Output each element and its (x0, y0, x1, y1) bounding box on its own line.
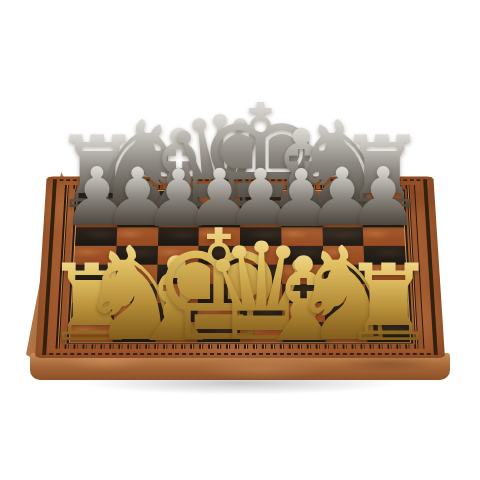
square-d4 (198, 265, 240, 284)
square-c7 (158, 209, 199, 227)
checkerboard (70, 191, 410, 342)
square-b2 (113, 303, 156, 323)
square-b5 (116, 246, 158, 265)
square-h7 (362, 209, 404, 227)
square-c3 (156, 284, 198, 303)
chess-set-photo: ♜♞♝♛♚♝♞♜♟♟♟♟♟♟♟♟♜♞♝♚♛♝♞♜ (0, 0, 480, 480)
square-e3 (240, 284, 282, 303)
square-h3 (365, 284, 408, 303)
square-d5 (199, 246, 240, 265)
square-g6 (322, 227, 364, 246)
square-h6 (363, 227, 405, 246)
square-b7 (117, 209, 158, 227)
square-f1 (282, 322, 325, 342)
square-g3 (324, 284, 367, 303)
chess-board (35, 176, 445, 358)
square-c1 (155, 322, 198, 342)
square-b6 (116, 227, 158, 246)
square-a4 (73, 265, 116, 284)
square-d8 (199, 191, 240, 209)
square-g7 (322, 209, 363, 227)
square-f5 (281, 246, 323, 265)
square-c6 (158, 227, 199, 246)
square-f2 (282, 303, 325, 323)
square-h2 (366, 303, 409, 323)
square-a7 (76, 209, 118, 227)
square-a3 (72, 284, 115, 303)
square-b3 (114, 284, 157, 303)
square-g2 (324, 303, 367, 323)
square-e1 (240, 322, 283, 342)
square-h8 (362, 191, 403, 209)
square-a5 (74, 246, 116, 265)
square-c4 (156, 265, 198, 284)
square-a1 (70, 322, 113, 342)
square-g5 (322, 246, 364, 265)
square-a6 (75, 227, 117, 246)
square-c5 (157, 246, 199, 265)
square-e8 (240, 191, 281, 209)
square-e2 (240, 303, 282, 323)
square-h5 (364, 246, 406, 265)
square-b4 (115, 265, 157, 284)
square-c8 (158, 191, 199, 209)
square-b1 (112, 322, 155, 342)
square-f3 (282, 284, 324, 303)
board-top-surface (35, 176, 445, 358)
square-g8 (321, 191, 362, 209)
square-e6 (240, 227, 281, 246)
square-e5 (240, 246, 281, 265)
square-g1 (325, 322, 368, 342)
square-d2 (198, 303, 240, 323)
square-d6 (199, 227, 240, 246)
square-h1 (367, 322, 410, 342)
square-a8 (77, 191, 118, 209)
square-c2 (155, 303, 198, 323)
square-g4 (323, 265, 365, 284)
square-a2 (71, 303, 114, 323)
square-d1 (197, 322, 240, 342)
square-f8 (281, 191, 322, 209)
square-h4 (364, 265, 407, 284)
square-e4 (240, 265, 282, 284)
square-d7 (199, 209, 240, 227)
square-f4 (281, 265, 323, 284)
square-f7 (281, 209, 322, 227)
square-d3 (198, 284, 240, 303)
square-e7 (240, 209, 281, 227)
square-b8 (118, 191, 159, 209)
square-f6 (281, 227, 322, 246)
